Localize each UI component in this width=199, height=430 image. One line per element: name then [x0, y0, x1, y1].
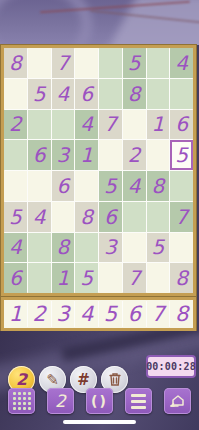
palette-digit-1[interactable]: 1	[4, 300, 27, 328]
selected-digit-label: 2	[16, 370, 27, 389]
palette-digit-5[interactable]: 5	[99, 300, 122, 328]
cell-r8c6[interactable]: 7	[123, 263, 146, 293]
cell-r2c5[interactable]	[99, 79, 122, 109]
cell-r3c4[interactable]: 4	[75, 110, 98, 140]
digit-entry-mode-label: 2	[55, 391, 66, 411]
cell-r4c7[interactable]	[147, 140, 170, 170]
cell-r6c8[interactable]: 7	[170, 202, 193, 232]
cell-r6c2[interactable]: 4	[28, 202, 51, 232]
cell-r8c3[interactable]: 1	[52, 263, 75, 293]
palette-digit-3[interactable]: 3	[52, 300, 75, 328]
cell-r4c1[interactable]	[4, 140, 27, 170]
exit-button[interactable]	[164, 388, 191, 414]
home-exit-icon	[169, 393, 186, 409]
timer-display: 00:00:28	[146, 355, 196, 378]
cell-r8c5[interactable]	[99, 263, 122, 293]
cell-r8c8[interactable]: 8	[170, 263, 193, 293]
cell-r6c7[interactable]	[147, 202, 170, 232]
cell-r5c7[interactable]: 8	[147, 171, 170, 201]
cell-r1c8[interactable]: 4	[170, 48, 193, 78]
hamburger-menu-icon	[131, 394, 146, 409]
cell-r2c7[interactable]	[147, 79, 170, 109]
cell-r8c4[interactable]: 5	[75, 263, 98, 293]
notes-mode-button[interactable]: ()	[86, 388, 113, 414]
cell-r3c7[interactable]: 1	[147, 110, 170, 140]
cell-r5c4[interactable]	[75, 171, 98, 201]
cell-r1c3[interactable]: 7	[52, 48, 75, 78]
pencil-icon: ✎	[46, 371, 59, 389]
cell-r1c7[interactable]	[147, 48, 170, 78]
cell-r1c6[interactable]: 5	[123, 48, 146, 78]
cell-r5c3[interactable]: 6	[52, 171, 75, 201]
palette-digit-4[interactable]: 4	[75, 300, 98, 328]
cell-r6c5[interactable]: 6	[99, 202, 122, 232]
cell-r6c1[interactable]: 5	[4, 202, 27, 232]
cell-r3c3[interactable]	[52, 110, 75, 140]
cell-r1c1[interactable]: 8	[4, 48, 27, 78]
cell-r5c8[interactable]	[170, 171, 193, 201]
digit-palette[interactable]: 12345678	[4, 300, 193, 328]
cell-r2c2[interactable]: 5	[28, 79, 51, 109]
palette-digit-6[interactable]: 6	[123, 300, 146, 328]
timer-value: 00:00:28	[146, 361, 196, 372]
cell-r3c8[interactable]: 6	[170, 110, 193, 140]
home-indicator-bar[interactable]	[63, 420, 136, 424]
cell-r8c1[interactable]: 6	[4, 263, 27, 293]
header-background-art	[0, 0, 199, 45]
blur-swirl-shape	[0, 0, 92, 45]
cell-r7c5[interactable]: 3	[99, 233, 122, 263]
menu-button[interactable]	[125, 388, 152, 414]
cell-r1c4[interactable]	[75, 48, 98, 78]
sudoku-board-frame: 875454682471663125654854867483561578	[1, 45, 196, 296]
cell-r2c8[interactable]	[170, 79, 193, 109]
cell-r6c3[interactable]	[52, 202, 75, 232]
cell-r7c6[interactable]	[123, 233, 146, 263]
cell-r1c5[interactable]	[99, 48, 122, 78]
cell-r5c2[interactable]	[28, 171, 51, 201]
cell-r7c2[interactable]	[28, 233, 51, 263]
cell-r8c7[interactable]	[147, 263, 170, 293]
cell-r3c1[interactable]: 2	[4, 110, 27, 140]
cell-r7c4[interactable]	[75, 233, 98, 263]
grid-icon	[13, 392, 31, 410]
palette-digit-8[interactable]: 8	[170, 300, 193, 328]
cell-r2c3[interactable]: 4	[52, 79, 75, 109]
parentheses-icon: ()	[91, 393, 108, 409]
cell-r7c3[interactable]: 8	[52, 233, 75, 263]
cell-r5c1[interactable]	[4, 171, 27, 201]
hash-icon: #	[77, 371, 90, 389]
cell-r4c6[interactable]: 2	[123, 140, 146, 170]
digit-entry-mode-button[interactable]: 2	[47, 388, 74, 414]
cell-r6c4[interactable]: 8	[75, 202, 98, 232]
cell-r3c2[interactable]	[28, 110, 51, 140]
cell-r4c4[interactable]: 1	[75, 140, 98, 170]
cell-r2c4[interactable]: 6	[75, 79, 98, 109]
cell-r4c8[interactable]: 5	[170, 140, 193, 170]
sudoku-grid[interactable]: 875454682471663125654854867483561578	[4, 48, 193, 293]
keypad-button[interactable]	[8, 388, 35, 414]
palette-digit-2[interactable]: 2	[28, 300, 51, 328]
cell-r5c5[interactable]: 5	[99, 171, 122, 201]
trash-icon	[108, 372, 122, 387]
cell-r3c5[interactable]: 7	[99, 110, 122, 140]
palette-digit-7[interactable]: 7	[147, 300, 170, 328]
digit-palette-frame: 12345678	[1, 297, 196, 331]
cell-r2c6[interactable]: 8	[123, 79, 146, 109]
cell-r5c6[interactable]: 4	[123, 171, 146, 201]
cell-r7c1[interactable]: 4	[4, 233, 27, 263]
cell-r1c2[interactable]	[28, 48, 51, 78]
cell-r2c1[interactable]	[4, 79, 27, 109]
cell-r7c7[interactable]: 5	[147, 233, 170, 263]
bottom-button-row: 2 ()	[8, 388, 191, 414]
cell-r3c6[interactable]	[123, 110, 146, 140]
cell-r4c5[interactable]	[99, 140, 122, 170]
cell-r8c2[interactable]	[28, 263, 51, 293]
cell-r4c3[interactable]: 3	[52, 140, 75, 170]
cell-r6c6[interactable]	[123, 202, 146, 232]
cell-r7c8[interactable]	[170, 233, 193, 263]
cell-r4c2[interactable]: 6	[28, 140, 51, 170]
